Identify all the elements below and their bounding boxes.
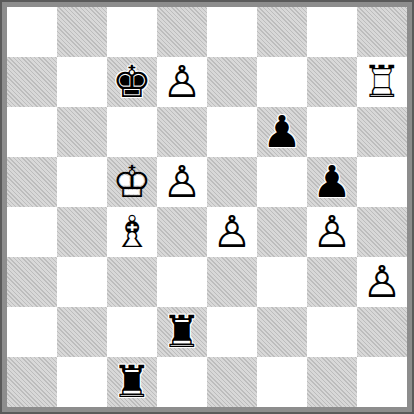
square-b7[interactable] <box>57 57 107 107</box>
square-h5[interactable] <box>357 157 407 207</box>
chess-board: ♚♚♟♙♜♖♟♟♚♔♟♙♟♟♝♗♟♙♟♙♟♙♜♜♜♜ <box>7 7 407 407</box>
square-e4[interactable]: ♟♙ <box>207 207 257 257</box>
square-d5[interactable]: ♟♙ <box>157 157 207 207</box>
square-h2[interactable] <box>357 307 407 357</box>
square-a5[interactable] <box>7 157 57 207</box>
piece-white-pawn-h3[interactable]: ♟♙ <box>357 257 407 307</box>
square-g3[interactable] <box>307 257 357 307</box>
square-e5[interactable] <box>207 157 257 207</box>
square-b2[interactable] <box>57 307 107 357</box>
square-h8[interactable] <box>357 7 407 57</box>
square-c5[interactable]: ♚♔ <box>107 157 157 207</box>
black-pawn-glyph: ♟ <box>307 157 357 207</box>
square-c3[interactable] <box>107 257 157 307</box>
square-e7[interactable] <box>207 57 257 107</box>
square-a8[interactable] <box>7 7 57 57</box>
piece-white-rook-h7[interactable]: ♜♖ <box>357 57 407 107</box>
square-c6[interactable] <box>107 107 157 157</box>
square-c1[interactable]: ♜♜ <box>107 357 157 407</box>
piece-white-pawn-d7[interactable]: ♟♙ <box>157 57 207 107</box>
square-h3[interactable]: ♟♙ <box>357 257 407 307</box>
square-e3[interactable] <box>207 257 257 307</box>
piece-white-pawn-g4[interactable]: ♟♙ <box>307 207 357 257</box>
square-f3[interactable] <box>257 257 307 307</box>
square-b6[interactable] <box>57 107 107 157</box>
square-b4[interactable] <box>57 207 107 257</box>
piece-white-bishop-c4[interactable]: ♝♗ <box>107 207 157 257</box>
square-b3[interactable] <box>57 257 107 307</box>
square-d6[interactable] <box>157 107 207 157</box>
white-bishop-glyph: ♗ <box>107 207 157 257</box>
piece-black-pawn-f6[interactable]: ♟♟ <box>257 107 307 157</box>
square-g8[interactable] <box>307 7 357 57</box>
square-c8[interactable] <box>107 7 157 57</box>
square-a2[interactable] <box>7 307 57 357</box>
white-pawn-glyph: ♙ <box>357 257 407 307</box>
square-f4[interactable] <box>257 207 307 257</box>
white-king-glyph: ♔ <box>107 157 157 207</box>
piece-white-pawn-e4[interactable]: ♟♙ <box>207 207 257 257</box>
square-e8[interactable] <box>207 7 257 57</box>
square-c7[interactable]: ♚♚ <box>107 57 157 107</box>
black-rook-glyph: ♜ <box>107 357 157 407</box>
square-h6[interactable] <box>357 107 407 157</box>
square-g7[interactable] <box>307 57 357 107</box>
square-d8[interactable] <box>157 7 207 57</box>
piece-white-pawn-d5[interactable]: ♟♙ <box>157 157 207 207</box>
square-h7[interactable]: ♜♖ <box>357 57 407 107</box>
square-f2[interactable] <box>257 307 307 357</box>
square-b5[interactable] <box>57 157 107 207</box>
white-pawn-glyph: ♙ <box>157 157 207 207</box>
square-a7[interactable] <box>7 57 57 107</box>
black-pawn-glyph: ♟ <box>257 107 307 157</box>
square-d7[interactable]: ♟♙ <box>157 57 207 107</box>
square-c2[interactable] <box>107 307 157 357</box>
square-g4[interactable]: ♟♙ <box>307 207 357 257</box>
square-h1[interactable] <box>357 357 407 407</box>
square-g6[interactable] <box>307 107 357 157</box>
square-d2[interactable]: ♜♜ <box>157 307 207 357</box>
square-a3[interactable] <box>7 257 57 307</box>
square-e6[interactable] <box>207 107 257 157</box>
square-g1[interactable] <box>307 357 357 407</box>
black-king-glyph: ♚ <box>107 57 157 107</box>
square-f8[interactable] <box>257 7 307 57</box>
chess-board-frame: ♚♚♟♙♜♖♟♟♚♔♟♙♟♟♝♗♟♙♟♙♟♙♜♜♜♜ <box>0 0 414 414</box>
piece-white-king-c5[interactable]: ♚♔ <box>107 157 157 207</box>
square-h4[interactable] <box>357 207 407 257</box>
square-a4[interactable] <box>7 207 57 257</box>
square-f5[interactable] <box>257 157 307 207</box>
piece-black-rook-c1[interactable]: ♜♜ <box>107 357 157 407</box>
square-a1[interactable] <box>7 357 57 407</box>
square-b8[interactable] <box>57 7 107 57</box>
square-g5[interactable]: ♟♟ <box>307 157 357 207</box>
square-f7[interactable] <box>257 57 307 107</box>
square-b1[interactable] <box>57 357 107 407</box>
square-c4[interactable]: ♝♗ <box>107 207 157 257</box>
piece-black-rook-d2[interactable]: ♜♜ <box>157 307 207 357</box>
white-pawn-glyph: ♙ <box>307 207 357 257</box>
white-rook-glyph: ♖ <box>357 57 407 107</box>
square-d3[interactable] <box>157 257 207 307</box>
square-d1[interactable] <box>157 357 207 407</box>
piece-black-king-c7[interactable]: ♚♚ <box>107 57 157 107</box>
square-d4[interactable] <box>157 207 207 257</box>
black-rook-glyph: ♜ <box>157 307 207 357</box>
square-g2[interactable] <box>307 307 357 357</box>
square-e1[interactable] <box>207 357 257 407</box>
square-e2[interactable] <box>207 307 257 357</box>
white-pawn-glyph: ♙ <box>157 57 207 107</box>
piece-black-pawn-g5[interactable]: ♟♟ <box>307 157 357 207</box>
white-pawn-glyph: ♙ <box>207 207 257 257</box>
square-f6[interactable]: ♟♟ <box>257 107 307 157</box>
square-f1[interactable] <box>257 357 307 407</box>
square-a6[interactable] <box>7 107 57 157</box>
